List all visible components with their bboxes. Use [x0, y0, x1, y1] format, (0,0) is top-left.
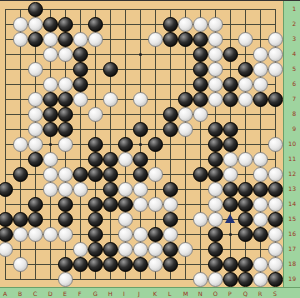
column-label: R [258, 291, 262, 297]
white-stone[interactable] [0, 242, 13, 257]
white-stone[interactable] [88, 107, 103, 122]
black-stone[interactable] [268, 212, 283, 227]
white-stone[interactable] [208, 62, 223, 77]
white-stone[interactable] [58, 77, 73, 92]
white-stone[interactable] [223, 152, 238, 167]
black-stone[interactable] [238, 227, 253, 242]
row-label: 10 [288, 141, 296, 147]
column-label: Q [243, 291, 248, 297]
white-stone[interactable] [13, 137, 28, 152]
black-stone[interactable] [43, 92, 58, 107]
white-stone[interactable] [43, 32, 58, 47]
white-stone[interactable] [193, 272, 208, 287]
column-label: C [33, 291, 37, 297]
black-stone[interactable] [28, 212, 43, 227]
white-stone[interactable] [178, 122, 193, 137]
row-label: 7 [292, 96, 296, 102]
grid-line-vertical [185, 9, 186, 280]
hoshi-point [49, 143, 52, 146]
white-stone[interactable] [193, 107, 208, 122]
black-stone[interactable] [58, 257, 73, 272]
black-stone[interactable] [253, 182, 268, 197]
white-stone[interactable] [163, 227, 178, 242]
white-stone[interactable] [253, 77, 268, 92]
black-stone[interactable] [193, 77, 208, 92]
white-stone[interactable] [178, 242, 193, 257]
white-stone[interactable] [268, 32, 283, 47]
white-stone[interactable] [118, 182, 133, 197]
black-stone[interactable] [163, 257, 178, 272]
column-label: A [3, 291, 7, 297]
white-stone[interactable] [133, 227, 148, 242]
column-label: K [153, 291, 157, 297]
black-stone[interactable] [28, 32, 43, 47]
black-stone[interactable] [88, 242, 103, 257]
black-stone[interactable] [223, 257, 238, 272]
black-stone[interactable] [133, 257, 148, 272]
black-stone[interactable] [58, 92, 73, 107]
black-stone[interactable] [88, 257, 103, 272]
white-stone[interactable] [208, 212, 223, 227]
black-stone[interactable] [268, 92, 283, 107]
column-label: P [228, 291, 232, 297]
black-stone[interactable] [193, 62, 208, 77]
row-label: 13 [288, 186, 296, 192]
black-stone[interactable] [208, 137, 223, 152]
white-stone[interactable] [28, 137, 43, 152]
row-label: 6 [292, 81, 296, 87]
white-stone[interactable] [118, 152, 133, 167]
black-stone[interactable] [223, 137, 238, 152]
black-stone[interactable] [118, 257, 133, 272]
black-stone[interactable] [58, 212, 73, 227]
white-stone[interactable] [28, 92, 43, 107]
white-stone[interactable] [148, 167, 163, 182]
white-stone[interactable] [73, 182, 88, 197]
black-stone[interactable] [88, 212, 103, 227]
black-stone[interactable] [88, 227, 103, 242]
black-stone[interactable] [208, 167, 223, 182]
white-stone[interactable] [238, 32, 253, 47]
black-stone[interactable] [103, 152, 118, 167]
white-stone[interactable] [28, 227, 43, 242]
white-stone[interactable] [103, 92, 118, 107]
black-stone[interactable] [103, 242, 118, 257]
white-stone[interactable] [43, 167, 58, 182]
row-label: 3 [292, 36, 296, 42]
white-stone[interactable] [253, 257, 268, 272]
black-stone[interactable] [0, 212, 13, 227]
white-stone[interactable] [58, 182, 73, 197]
black-stone[interactable] [88, 17, 103, 32]
black-stone[interactable] [163, 32, 178, 47]
white-stone[interactable] [268, 62, 283, 77]
black-stone[interactable] [58, 107, 73, 122]
black-stone[interactable] [208, 257, 223, 272]
black-stone[interactable] [193, 92, 208, 107]
white-stone[interactable] [118, 242, 133, 257]
white-stone[interactable] [253, 272, 268, 287]
white-stone[interactable] [208, 77, 223, 92]
hoshi-point [139, 143, 142, 146]
white-stone[interactable] [268, 167, 283, 182]
black-stone[interactable] [88, 167, 103, 182]
white-stone[interactable] [208, 47, 223, 62]
black-stone[interactable] [163, 17, 178, 32]
black-stone[interactable] [223, 47, 238, 62]
white-stone[interactable] [13, 227, 28, 242]
black-stone[interactable] [28, 2, 43, 17]
row-label: 8 [292, 111, 296, 117]
black-stone[interactable] [268, 272, 283, 287]
white-stone[interactable] [208, 197, 223, 212]
column-label: J [138, 291, 140, 297]
black-stone[interactable] [223, 92, 238, 107]
black-stone[interactable] [28, 197, 43, 212]
row-label: 15 [288, 216, 296, 222]
black-stone[interactable] [118, 197, 133, 212]
black-stone[interactable] [103, 167, 118, 182]
white-stone[interactable] [178, 17, 193, 32]
black-stone[interactable] [103, 197, 118, 212]
column-label: N [198, 291, 203, 297]
white-stone[interactable] [58, 47, 73, 62]
black-stone[interactable] [43, 122, 58, 137]
row-label: 18 [288, 261, 296, 267]
go-board[interactable] [0, 1, 283, 288]
white-stone[interactable] [28, 62, 43, 77]
white-stone[interactable] [28, 122, 43, 137]
white-stone[interactable] [238, 92, 253, 107]
black-stone[interactable] [223, 197, 238, 212]
white-stone[interactable] [133, 92, 148, 107]
black-stone[interactable] [0, 227, 13, 242]
black-stone[interactable] [118, 137, 133, 152]
black-stone[interactable] [103, 182, 118, 197]
white-stone[interactable] [253, 152, 268, 167]
white-stone[interactable] [133, 197, 148, 212]
column-label: G [93, 291, 98, 297]
white-stone[interactable] [13, 32, 28, 47]
black-stone[interactable] [43, 17, 58, 32]
hoshi-point [139, 53, 142, 56]
white-stone[interactable] [133, 182, 148, 197]
white-stone[interactable] [268, 257, 283, 272]
row-coordinate-strip: 12345678910111213141516171819 [283, 1, 300, 288]
black-stone[interactable] [88, 137, 103, 152]
black-stone[interactable] [193, 167, 208, 182]
black-stone[interactable] [238, 197, 253, 212]
white-stone[interactable] [43, 47, 58, 62]
column-label: I [123, 291, 125, 297]
black-stone[interactable] [223, 122, 238, 137]
row-label: 12 [288, 171, 296, 177]
white-stone[interactable] [28, 17, 43, 32]
last-move-triangle-marker [225, 214, 235, 223]
black-stone[interactable] [58, 197, 73, 212]
black-stone[interactable] [148, 137, 163, 152]
white-stone[interactable] [223, 167, 238, 182]
white-stone[interactable] [238, 152, 253, 167]
black-stone[interactable] [43, 107, 58, 122]
white-stone[interactable] [58, 227, 73, 242]
black-stone[interactable] [13, 212, 28, 227]
black-stone[interactable] [223, 77, 238, 92]
white-stone[interactable] [118, 212, 133, 227]
white-stone[interactable] [163, 197, 178, 212]
white-stone[interactable] [43, 182, 58, 197]
black-stone[interactable] [253, 227, 268, 242]
white-stone[interactable] [253, 197, 268, 212]
black-stone[interactable] [163, 212, 178, 227]
white-stone[interactable] [43, 227, 58, 242]
white-stone[interactable] [268, 197, 283, 212]
white-stone[interactable] [208, 182, 223, 197]
black-stone[interactable] [13, 167, 28, 182]
black-stone[interactable] [148, 227, 163, 242]
black-stone[interactable] [73, 257, 88, 272]
black-stone[interactable] [103, 257, 118, 272]
white-stone[interactable] [133, 242, 148, 257]
column-coordinate-strip: ABCDEFGHIJKLMNOPQRS [0, 287, 300, 298]
white-stone[interactable] [253, 47, 268, 62]
white-stone[interactable] [43, 152, 58, 167]
white-stone[interactable] [178, 107, 193, 122]
black-stone[interactable] [73, 167, 88, 182]
white-stone[interactable] [253, 167, 268, 182]
black-stone[interactable] [208, 122, 223, 137]
black-stone[interactable] [238, 182, 253, 197]
white-stone[interactable] [268, 242, 283, 257]
black-stone[interactable] [223, 182, 238, 197]
black-stone[interactable] [133, 152, 148, 167]
white-stone[interactable] [208, 272, 223, 287]
white-stone[interactable] [148, 257, 163, 272]
black-stone[interactable] [133, 122, 148, 137]
white-stone[interactable] [193, 212, 208, 227]
white-stone[interactable] [73, 92, 88, 107]
column-label: F [78, 291, 81, 297]
white-stone[interactable] [118, 227, 133, 242]
column-label: H [108, 291, 113, 297]
black-stone[interactable] [238, 212, 253, 227]
grid-line-horizontal [5, 219, 276, 220]
black-stone[interactable] [253, 92, 268, 107]
black-stone[interactable] [193, 32, 208, 47]
column-label: L [168, 291, 171, 297]
white-stone[interactable] [268, 47, 283, 62]
black-stone[interactable] [238, 62, 253, 77]
black-stone[interactable] [238, 272, 253, 287]
column-label: S [273, 291, 277, 297]
black-stone[interactable] [208, 242, 223, 257]
white-stone[interactable] [253, 212, 268, 227]
white-stone[interactable] [58, 167, 73, 182]
black-stone[interactable] [163, 182, 178, 197]
black-stone[interactable] [193, 47, 208, 62]
white-stone[interactable] [253, 62, 268, 77]
black-stone[interactable] [73, 77, 88, 92]
black-stone[interactable] [73, 47, 88, 62]
black-stone[interactable] [73, 62, 88, 77]
white-stone[interactable] [13, 17, 28, 32]
white-stone[interactable] [208, 92, 223, 107]
black-stone[interactable] [163, 242, 178, 257]
black-stone[interactable] [88, 152, 103, 167]
black-stone[interactable] [0, 182, 13, 197]
white-stone[interactable] [193, 17, 208, 32]
white-stone[interactable] [13, 257, 28, 272]
black-stone[interactable] [58, 122, 73, 137]
black-stone[interactable] [178, 92, 193, 107]
black-stone[interactable] [178, 32, 193, 47]
row-label: 16 [288, 231, 296, 237]
white-stone[interactable] [73, 32, 88, 47]
black-stone[interactable] [268, 182, 283, 197]
white-stone[interactable] [268, 137, 283, 152]
row-label: 4 [292, 51, 296, 57]
black-stone[interactable] [58, 17, 73, 32]
column-label: B [18, 291, 22, 297]
white-stone[interactable] [148, 197, 163, 212]
black-stone[interactable] [163, 107, 178, 122]
white-stone[interactable] [73, 242, 88, 257]
black-stone[interactable] [88, 197, 103, 212]
row-label: 5 [292, 66, 296, 72]
white-stone[interactable] [28, 107, 43, 122]
white-stone[interactable] [43, 77, 58, 92]
column-label: E [63, 291, 67, 297]
black-stone[interactable] [103, 62, 118, 77]
black-stone[interactable] [58, 32, 73, 47]
column-label: O [213, 291, 218, 297]
black-stone[interactable] [208, 227, 223, 242]
black-stone[interactable] [28, 152, 43, 167]
row-label: 9 [292, 126, 296, 132]
row-label: 11 [288, 156, 296, 162]
white-stone[interactable] [88, 32, 103, 47]
hoshi-point [229, 233, 232, 236]
black-stone[interactable] [208, 152, 223, 167]
row-label: 19 [288, 276, 296, 282]
row-label: 1 [292, 6, 296, 12]
black-stone[interactable] [133, 167, 148, 182]
column-label: D [48, 291, 53, 297]
black-stone[interactable] [238, 257, 253, 272]
row-label: 14 [288, 201, 296, 207]
black-stone[interactable] [163, 122, 178, 137]
row-label: 17 [288, 246, 296, 252]
white-stone[interactable] [268, 227, 283, 242]
white-stone[interactable] [208, 17, 223, 32]
go-app-window: 12345678910111213141516171819 ABCDEFGHIJ… [0, 0, 300, 298]
white-stone[interactable] [208, 32, 223, 47]
column-label: M [183, 291, 188, 297]
white-stone[interactable] [58, 272, 73, 287]
white-stone[interactable] [148, 32, 163, 47]
black-stone[interactable] [223, 272, 238, 287]
row-label: 2 [292, 21, 296, 27]
white-stone[interactable] [58, 137, 73, 152]
white-stone[interactable] [148, 242, 163, 257]
white-stone[interactable] [238, 77, 253, 92]
